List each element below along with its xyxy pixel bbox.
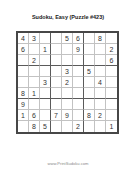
sudoku-cell-r7c4 (51, 99, 62, 110)
sudoku-cell-r1c3 (40, 33, 51, 44)
sudoku-cell-r9c7 (84, 121, 95, 132)
sudoku-cell-r7c2 (29, 99, 40, 110)
sudoku-cell-r3c3 (40, 55, 51, 66)
sudoku-cell-r6c4 (51, 88, 62, 99)
sudoku-cell-r3c7 (84, 55, 95, 66)
sudoku-cell-r6c8 (95, 88, 106, 99)
sudoku-cell-r7c1: 9 (18, 99, 29, 110)
sudoku-cell-r2c3: 1 (40, 44, 51, 55)
sudoku-cell-r8c9 (106, 110, 117, 121)
sudoku-cell-r8c3 (40, 110, 51, 121)
sudoku-cell-r9c5 (62, 121, 73, 132)
sudoku-cell-r8c4: 7 (51, 110, 62, 121)
sudoku-cell-r8c2: 6 (29, 110, 40, 121)
sudoku-cell-r3c8 (95, 55, 106, 66)
sudoku-board: 43568619226353248191679828521 (16, 31, 119, 134)
sudoku-cell-r2c8 (95, 44, 106, 55)
sudoku-cell-r9c9: 1 (106, 121, 117, 132)
sudoku-cell-r3c6 (73, 55, 84, 66)
sudoku-cell-r5c1 (18, 77, 29, 88)
sudoku-cell-r7c8 (95, 99, 106, 110)
sudoku-cell-r9c6: 2 (73, 121, 84, 132)
sudoku-cell-r7c5 (62, 99, 73, 110)
sudoku-cell-r1c2: 3 (29, 33, 40, 44)
sudoku-cell-r2c7 (84, 44, 95, 55)
sudoku-cell-r4c6 (73, 66, 84, 77)
sudoku-cell-r4c8 (95, 66, 106, 77)
sudoku-cell-r4c1 (18, 66, 29, 77)
sudoku-cell-r8c5: 9 (62, 110, 73, 121)
sudoku-cell-r7c9 (106, 99, 117, 110)
sudoku-cell-r6c5 (62, 88, 73, 99)
sudoku-cell-r4c4 (51, 66, 62, 77)
sudoku-cell-r1c4 (51, 33, 62, 44)
sudoku-cell-r1c7 (84, 33, 95, 44)
sudoku-cell-r3c9: 6 (106, 55, 117, 66)
sudoku-cell-r6c2: 1 (29, 88, 40, 99)
sudoku-cell-r6c1: 8 (18, 88, 29, 99)
sudoku-cell-r8c8: 2 (95, 110, 106, 121)
sudoku-cell-r4c3 (40, 66, 51, 77)
sudoku-cell-r5c6 (73, 77, 84, 88)
sudoku-cell-r5c3: 3 (40, 77, 51, 88)
sudoku-cell-r6c9 (106, 88, 117, 99)
footer-url: www.PrintSudoku.com (12, 161, 124, 166)
page-title: Sudoku, Easy (Puzzle #423) (0, 14, 136, 20)
sudoku-cell-r3c5 (62, 55, 73, 66)
sudoku-cell-r3c1 (18, 55, 29, 66)
sudoku-cell-r5c4 (51, 77, 62, 88)
sudoku-cell-r3c4 (51, 55, 62, 66)
sudoku-cell-r7c3 (40, 99, 51, 110)
sudoku-cell-r5c2 (29, 77, 40, 88)
sudoku-cell-r2c5 (62, 44, 73, 55)
sudoku-cell-r2c1: 6 (18, 44, 29, 55)
sudoku-cell-r1c9 (106, 33, 117, 44)
sudoku-cell-r9c3: 5 (40, 121, 51, 132)
sudoku-cell-r9c1 (18, 121, 29, 132)
sudoku-cell-r9c4 (51, 121, 62, 132)
sudoku-cell-r7c7 (84, 99, 95, 110)
sudoku-cell-r5c7 (84, 77, 95, 88)
sudoku-cell-r1c6: 6 (73, 33, 84, 44)
sudoku-cell-r4c5: 3 (62, 66, 73, 77)
sudoku-cell-r6c6 (73, 88, 84, 99)
sudoku-cell-r5c9 (106, 77, 117, 88)
sudoku-cell-r8c6 (73, 110, 84, 121)
sudoku-cell-r1c8: 8 (95, 33, 106, 44)
sudoku-cell-r4c9 (106, 66, 117, 77)
sudoku-cell-r2c9: 2 (106, 44, 117, 55)
sudoku-cell-r7c6 (73, 99, 84, 110)
sudoku-cell-r8c1: 1 (18, 110, 29, 121)
sudoku-cell-r3c2: 2 (29, 55, 40, 66)
sudoku-cell-r4c2 (29, 66, 40, 77)
sudoku-cell-r1c1: 4 (18, 33, 29, 44)
sudoku-cell-r9c8 (95, 121, 106, 132)
sudoku-cell-r5c8: 4 (95, 77, 106, 88)
sudoku-cell-r8c7: 8 (84, 110, 95, 121)
sudoku-cell-r5c5: 2 (62, 77, 73, 88)
sudoku-cell-r6c3 (40, 88, 51, 99)
sudoku-cell-r1c5: 5 (62, 33, 73, 44)
sudoku-cell-r9c2: 8 (29, 121, 40, 132)
sudoku-cell-r6c7 (84, 88, 95, 99)
sudoku-cell-r4c7: 5 (84, 66, 95, 77)
sudoku-cell-r2c2 (29, 44, 40, 55)
sudoku-cell-r2c4 (51, 44, 62, 55)
sudoku-cell-r2c6: 9 (73, 44, 84, 55)
